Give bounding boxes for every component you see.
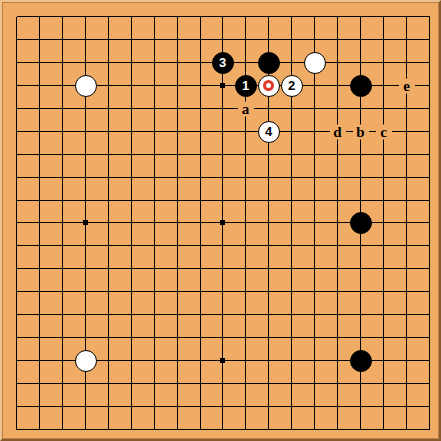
white-stone: [304, 52, 326, 74]
white-stone-move-4: 4: [258, 121, 280, 143]
black-stone: [258, 52, 280, 74]
hoshi-point: [83, 220, 88, 225]
black-stone: [350, 212, 372, 234]
point-label-b: b: [353, 124, 369, 139]
circle-mark-icon: [263, 80, 274, 91]
hoshi-point: [220, 220, 225, 225]
point-label-a: a: [238, 101, 254, 116]
point-label-e: e: [399, 78, 415, 93]
black-stone: [350, 350, 372, 372]
white-stone-move-2: 2: [281, 75, 303, 97]
hoshi-point: [220, 358, 225, 363]
black-stone-move-1: 1: [235, 75, 257, 97]
white-stone: [75, 350, 97, 372]
go-diagram: 3124abcde: [0, 0, 441, 441]
white-stone: [75, 75, 97, 97]
point-label-d: d: [330, 124, 346, 139]
black-stone-move-3: 3: [212, 52, 234, 74]
point-label-c: c: [376, 124, 392, 139]
hoshi-point: [220, 83, 225, 88]
white-stone-marked: [258, 75, 280, 97]
black-stone: [350, 75, 372, 97]
go-board: 3124abcde: [0, 0, 441, 441]
